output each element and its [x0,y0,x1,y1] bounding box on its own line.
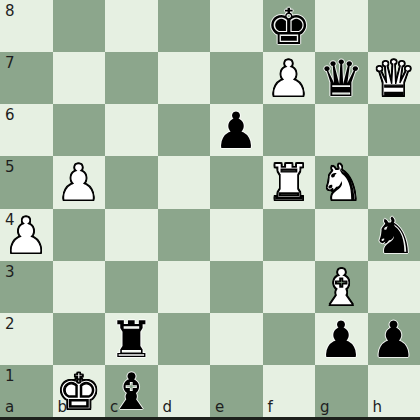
white-pawn-f7[interactable]: ♟ [266,52,311,104]
square-b3[interactable] [53,261,106,313]
square-h5[interactable] [368,156,420,208]
square-b5[interactable]: ♟ [53,156,106,208]
rank-label-3: 3 [5,265,15,280]
square-a2[interactable]: 2 [0,313,53,365]
square-g2[interactable]: ♟ [315,313,368,365]
square-h7[interactable]: ♛ [368,52,420,104]
black-pawn-h2[interactable]: ♟ [371,313,416,365]
rank-label-2: 2 [5,317,15,332]
square-g5[interactable]: ♞ [315,156,368,208]
square-e8[interactable] [210,0,263,52]
white-knight-g5[interactable]: ♞ [319,156,364,208]
square-h3[interactable] [368,261,420,313]
square-c7[interactable] [105,52,158,104]
square-a3[interactable]: 3 [0,261,53,313]
square-f3[interactable] [263,261,316,313]
square-c4[interactable] [105,209,158,261]
square-c6[interactable] [105,104,158,156]
square-g8[interactable] [315,0,368,52]
square-h8[interactable] [368,0,420,52]
rank-label-4: 4 [5,213,15,228]
black-queen-g7[interactable]: ♛ [319,52,364,104]
square-b2[interactable] [53,313,106,365]
square-f4[interactable] [263,209,316,261]
square-f2[interactable] [263,313,316,365]
square-a5[interactable]: 5 [0,156,53,208]
square-g1[interactable]: g [315,365,368,417]
square-g3[interactable]: ♝ [315,261,368,313]
square-e4[interactable] [210,209,263,261]
file-label-d: d [163,400,173,415]
black-rook-c2[interactable]: ♜ [109,313,154,365]
square-d7[interactable] [158,52,211,104]
square-e3[interactable] [210,261,263,313]
square-f8[interactable]: ♚ [263,0,316,52]
square-e1[interactable]: e [210,365,263,417]
square-d3[interactable] [158,261,211,313]
square-c8[interactable] [105,0,158,52]
square-h6[interactable] [368,104,420,156]
rank-label-1: 1 [5,369,15,384]
square-c5[interactable] [105,156,158,208]
square-h1[interactable]: h [368,365,420,417]
square-d2[interactable] [158,313,211,365]
square-g6[interactable] [315,104,368,156]
square-d8[interactable] [158,0,211,52]
white-rook-f5[interactable]: ♜ [266,156,311,208]
square-b8[interactable] [53,0,106,52]
chess-board-container: 8♚7♟♛♛6♟5♟♜♞4♟♞3♝2♜♟♟1ab♚c♝defgh [0,0,420,420]
white-pawn-b5[interactable]: ♟ [56,156,101,208]
square-a6[interactable]: 6 [0,104,53,156]
black-pawn-g2[interactable]: ♟ [319,313,364,365]
file-label-c: c [110,400,118,415]
file-label-g: g [320,400,330,415]
square-f7[interactable]: ♟ [263,52,316,104]
file-label-a: a [5,400,14,415]
square-b7[interactable] [53,52,106,104]
rank-label-8: 8 [5,4,15,19]
white-queen-h7[interactable]: ♛ [371,52,416,104]
square-b6[interactable] [53,104,106,156]
chess-board: 8♚7♟♛♛6♟5♟♜♞4♟♞3♝2♜♟♟1ab♚c♝defgh [0,0,420,417]
square-d5[interactable] [158,156,211,208]
white-bishop-g3[interactable]: ♝ [319,261,364,313]
square-h4[interactable]: ♞ [368,209,420,261]
square-a4[interactable]: 4♟ [0,209,53,261]
black-king-f8[interactable]: ♚ [266,0,311,52]
square-a7[interactable]: 7 [0,52,53,104]
black-pawn-e6[interactable]: ♟ [214,104,259,156]
square-a8[interactable]: 8 [0,0,53,52]
file-label-b: b [58,400,68,415]
square-e2[interactable] [210,313,263,365]
square-h2[interactable]: ♟ [368,313,420,365]
file-label-h: h [373,400,383,415]
square-f6[interactable] [263,104,316,156]
square-e7[interactable] [210,52,263,104]
square-c2[interactable]: ♜ [105,313,158,365]
rank-label-6: 6 [5,108,15,123]
square-a1[interactable]: 1a [0,365,53,417]
square-b1[interactable]: b♚ [53,365,106,417]
rank-label-7: 7 [5,56,15,71]
square-e6[interactable]: ♟ [210,104,263,156]
square-d6[interactable] [158,104,211,156]
file-label-e: e [215,400,224,415]
black-knight-h4[interactable]: ♞ [371,209,416,261]
square-f5[interactable]: ♜ [263,156,316,208]
square-b4[interactable] [53,209,106,261]
square-g4[interactable] [315,209,368,261]
square-g7[interactable]: ♛ [315,52,368,104]
file-label-f: f [268,400,273,415]
square-f1[interactable]: f [263,365,316,417]
rank-label-5: 5 [5,160,15,175]
square-c3[interactable] [105,261,158,313]
square-d1[interactable]: d [158,365,211,417]
square-c1[interactable]: c♝ [105,365,158,417]
square-e5[interactable] [210,156,263,208]
square-d4[interactable] [158,209,211,261]
